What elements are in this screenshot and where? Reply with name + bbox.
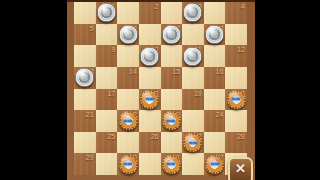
white-piece[interactable]: [162, 155, 181, 174]
square-21[interactable]: 21: [74, 110, 96, 132]
square-8[interactable]: 8: [204, 24, 226, 46]
white-piece[interactable]: [227, 90, 246, 109]
light-square: [139, 67, 161, 89]
light-square: [161, 89, 183, 111]
white-piece[interactable]: [183, 133, 202, 152]
black-piece[interactable]: [119, 25, 138, 44]
light-square: [74, 2, 96, 24]
square-2[interactable]: 2: [139, 2, 161, 24]
black-piece[interactable]: [183, 47, 202, 66]
square-number: 2: [155, 3, 159, 10]
square-number: 15: [172, 68, 180, 75]
light-square: [182, 24, 204, 46]
square-number: 19: [194, 90, 202, 97]
square-4[interactable]: 4: [225, 2, 247, 24]
light-square: [161, 132, 183, 154]
square-15[interactable]: 15: [161, 67, 183, 89]
white-piece[interactable]: [119, 111, 138, 130]
light-square: [96, 153, 118, 175]
square-14[interactable]: 14: [117, 67, 139, 89]
square-12[interactable]: 12: [225, 45, 247, 67]
white-piece[interactable]: [140, 90, 159, 109]
square-9[interactable]: 9: [96, 45, 118, 67]
light-square: [225, 67, 247, 89]
square-number: 29: [86, 154, 94, 161]
square-11[interactable]: 11: [182, 45, 204, 67]
square-19[interactable]: 19: [182, 89, 204, 111]
light-square: [182, 110, 204, 132]
light-square: [182, 67, 204, 89]
square-31[interactable]: 31: [161, 153, 183, 175]
square-number: 17: [107, 90, 115, 97]
close-icon: ✕: [235, 159, 246, 179]
light-square: [117, 45, 139, 67]
square-number: 28: [237, 133, 245, 140]
square-number: 4: [241, 3, 245, 10]
light-square: [161, 45, 183, 67]
square-number: 21: [86, 111, 94, 118]
square-number: 14: [129, 68, 137, 75]
light-square: [204, 2, 226, 24]
square-26[interactable]: 26: [139, 132, 161, 154]
close-button[interactable]: ✕: [228, 157, 253, 180]
square-16[interactable]: 16: [204, 67, 226, 89]
square-6[interactable]: 6: [117, 24, 139, 46]
white-piece[interactable]: [119, 155, 138, 174]
light-square: [204, 89, 226, 111]
light-square: [139, 153, 161, 175]
square-20[interactable]: 20: [225, 89, 247, 111]
light-square: [96, 67, 118, 89]
square-24[interactable]: 24: [204, 110, 226, 132]
light-square: [161, 2, 183, 24]
light-square: [139, 110, 161, 132]
square-3[interactable]: 3: [182, 2, 204, 24]
black-piece[interactable]: [140, 47, 159, 66]
black-piece[interactable]: [183, 3, 202, 22]
game-screen: 1234567891011121314151617181920212223242…: [0, 0, 320, 180]
square-32[interactable]: 32: [204, 153, 226, 175]
square-18[interactable]: 18: [139, 89, 161, 111]
square-23[interactable]: 23: [161, 110, 183, 132]
square-29[interactable]: 29: [74, 153, 96, 175]
square-number: 24: [216, 111, 224, 118]
white-piece[interactable]: [205, 155, 224, 174]
black-piece[interactable]: [205, 25, 224, 44]
light-square: [117, 132, 139, 154]
light-square: [225, 110, 247, 132]
white-piece[interactable]: [162, 111, 181, 130]
square-25[interactable]: 25: [96, 132, 118, 154]
black-piece[interactable]: [97, 3, 116, 22]
square-5[interactable]: 5: [74, 24, 96, 46]
square-10[interactable]: 10: [139, 45, 161, 67]
light-square: [96, 110, 118, 132]
board-grid: 1234567891011121314151617181920212223242…: [74, 2, 247, 175]
square-number: 16: [216, 68, 224, 75]
square-1[interactable]: 1: [96, 2, 118, 24]
light-square: [204, 132, 226, 154]
square-30[interactable]: 30: [117, 153, 139, 175]
black-piece[interactable]: [75, 68, 94, 87]
square-17[interactable]: 17: [96, 89, 118, 111]
light-square: [74, 132, 96, 154]
square-number: 5: [90, 25, 94, 32]
square-number: 25: [107, 133, 115, 140]
light-square: [74, 45, 96, 67]
light-square: [74, 89, 96, 111]
light-square: [117, 2, 139, 24]
checkers-board: 1234567891011121314151617181920212223242…: [67, 0, 255, 180]
light-square: [204, 45, 226, 67]
black-piece[interactable]: [162, 25, 181, 44]
light-square: [117, 89, 139, 111]
light-square: [225, 24, 247, 46]
square-7[interactable]: 7: [161, 24, 183, 46]
square-28[interactable]: 28: [225, 132, 247, 154]
square-number: 26: [151, 133, 159, 140]
square-27[interactable]: 27: [182, 132, 204, 154]
light-square: [96, 24, 118, 46]
light-square: [139, 24, 161, 46]
square-13[interactable]: 13: [74, 67, 96, 89]
square-number: 9: [111, 46, 115, 53]
light-square: [182, 153, 204, 175]
square-22[interactable]: 22: [117, 110, 139, 132]
square-number: 12: [237, 46, 245, 53]
